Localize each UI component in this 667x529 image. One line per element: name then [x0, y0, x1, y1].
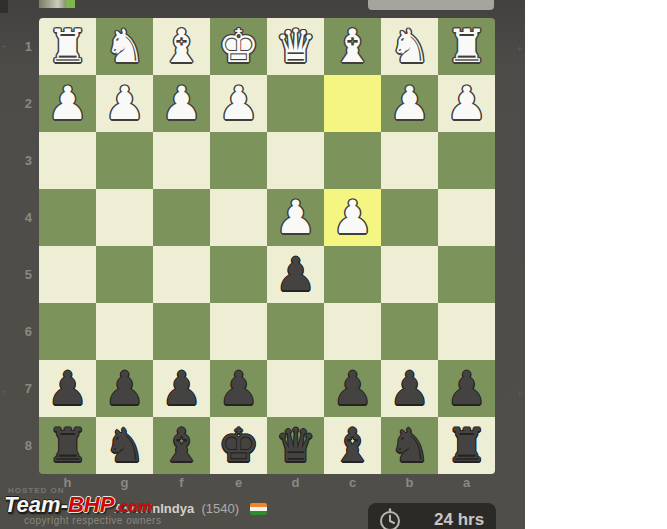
square-g2[interactable]: ♟: [96, 75, 153, 132]
logo-team: Team-: [4, 492, 68, 517]
rank-label-8: 8: [0, 417, 32, 474]
square-e2[interactable]: ♟: [210, 75, 267, 132]
file-label-e: e: [210, 474, 267, 492]
piece-white-queen-d1[interactable]: ♛: [275, 18, 316, 75]
square-e5[interactable]: [210, 246, 267, 303]
square-b2[interactable]: ♟: [381, 75, 438, 132]
square-b4[interactable]: [381, 189, 438, 246]
square-h7[interactable]: ♟: [39, 360, 96, 417]
square-d4[interactable]: ♟: [267, 189, 324, 246]
file-labels: hgfedcba: [39, 474, 495, 492]
file-label-b: b: [381, 474, 438, 492]
app-background-panel: 12345678 ♜♞♝♚♛♝♞♜♟♟♟♟♟♟♟♟♟♟♟♟♟♟♟♟♜♞♝♚♛♝♞…: [0, 0, 525, 529]
square-g1[interactable]: ♞: [96, 18, 153, 75]
square-g6[interactable]: [96, 303, 153, 360]
square-h1[interactable]: ♜: [39, 18, 96, 75]
square-h6[interactable]: [39, 303, 96, 360]
rank-label-2: 2: [0, 75, 32, 132]
piece-black-rook-h8[interactable]: ♜: [47, 417, 88, 474]
piece-black-pawn-a7[interactable]: ♟: [446, 360, 487, 417]
square-f5[interactable]: [153, 246, 210, 303]
square-b3[interactable]: [381, 132, 438, 189]
square-a6[interactable]: [438, 303, 495, 360]
square-g8[interactable]: ♞: [96, 417, 153, 474]
square-d7[interactable]: [267, 360, 324, 417]
crop-mark: +: [1, 42, 6, 52]
square-h2[interactable]: ♟: [39, 75, 96, 132]
piece-white-knight-b1[interactable]: ♞: [389, 18, 430, 75]
piece-white-pawn-d4[interactable]: ♟: [275, 189, 316, 246]
piece-white-rook-h1[interactable]: ♜: [47, 18, 88, 75]
square-d1[interactable]: ♛: [267, 18, 324, 75]
square-h4[interactable]: [39, 189, 96, 246]
piece-black-pawn-b7[interactable]: ♟: [389, 360, 430, 417]
rank-labels: 12345678: [0, 18, 32, 474]
square-h8[interactable]: ♜: [39, 417, 96, 474]
square-e1[interactable]: ♚: [210, 18, 267, 75]
square-b7[interactable]: ♟: [381, 360, 438, 417]
square-h5[interactable]: [39, 246, 96, 303]
piece-black-queen-d8[interactable]: ♛: [275, 417, 316, 474]
rank-label-3: 3: [0, 132, 32, 189]
piece-black-pawn-d5[interactable]: ♟: [275, 246, 316, 303]
player-rating: (1540): [198, 501, 239, 516]
square-c6[interactable]: [324, 303, 381, 360]
india-flag-icon: [250, 503, 267, 515]
square-g3[interactable]: [96, 132, 153, 189]
rank-label-5: 5: [0, 246, 32, 303]
piece-white-pawn-a2[interactable]: ♟: [446, 75, 487, 132]
corner-patch: [0, 0, 8, 13]
crop-mark: +: [517, 389, 522, 399]
piece-white-pawn-b2[interactable]: ♟: [389, 75, 430, 132]
piece-white-pawn-f2[interactable]: ♟: [161, 75, 202, 132]
square-b8[interactable]: ♞: [381, 417, 438, 474]
square-a4[interactable]: [438, 189, 495, 246]
square-a7[interactable]: ♟: [438, 360, 495, 417]
square-f4[interactable]: [153, 189, 210, 246]
crop-mark: +: [1, 387, 6, 397]
square-c7[interactable]: ♟: [324, 360, 381, 417]
rank-label-6: 6: [0, 303, 32, 360]
square-c4[interactable]: ♟: [324, 189, 381, 246]
piece-black-pawn-f7[interactable]: ♟: [161, 360, 202, 417]
square-a1[interactable]: ♜: [438, 18, 495, 75]
piece-white-pawn-g2[interactable]: ♟: [104, 75, 145, 132]
square-d5[interactable]: ♟: [267, 246, 324, 303]
crop-mark: +: [517, 44, 522, 54]
file-label-g: g: [96, 474, 153, 492]
square-a2[interactable]: ♟: [438, 75, 495, 132]
clock-icon: [378, 508, 402, 529]
piece-white-knight-g1[interactable]: ♞: [104, 18, 145, 75]
square-e8[interactable]: ♚: [210, 417, 267, 474]
square-a5[interactable]: [438, 246, 495, 303]
square-c8[interactable]: ♝: [324, 417, 381, 474]
opponent-flag-chip: [66, 0, 75, 8]
piece-white-pawn-h2[interactable]: ♟: [47, 75, 88, 132]
piece-black-knight-g8[interactable]: ♞: [104, 417, 145, 474]
piece-white-bishop-c1[interactable]: ♝: [332, 18, 373, 75]
square-e6[interactable]: [210, 303, 267, 360]
square-f8[interactable]: ♝: [153, 417, 210, 474]
piece-black-bishop-c8[interactable]: ♝: [332, 417, 373, 474]
square-f3[interactable]: [153, 132, 210, 189]
time-control-label: 24 hrs: [434, 510, 484, 529]
logo-bhp: BHP: [68, 492, 114, 517]
opponent-avatar[interactable]: [39, 0, 66, 8]
square-b5[interactable]: [381, 246, 438, 303]
piece-black-pawn-g7[interactable]: ♟: [104, 360, 145, 417]
file-label-f: f: [153, 474, 210, 492]
square-f6[interactable]: [153, 303, 210, 360]
square-g4[interactable]: [96, 189, 153, 246]
square-f1[interactable]: ♝: [153, 18, 210, 75]
square-d8[interactable]: ♛: [267, 417, 324, 474]
square-d6[interactable]: [267, 303, 324, 360]
logo-com: .com: [114, 498, 151, 515]
piece-black-bishop-f8[interactable]: ♝: [161, 417, 202, 474]
square-g5[interactable]: [96, 246, 153, 303]
piece-white-pawn-e2[interactable]: ♟: [218, 75, 259, 132]
chess-board[interactable]: ♜♞♝♚♛♝♞♜♟♟♟♟♟♟♟♟♟♟♟♟♟♟♟♟♜♞♝♚♛♝♞♜: [39, 18, 495, 474]
piece-black-rook-a8[interactable]: ♜: [446, 417, 487, 474]
square-e7[interactable]: ♟: [210, 360, 267, 417]
piece-black-king-e8[interactable]: ♚: [218, 417, 259, 474]
piece-white-rook-a1[interactable]: ♜: [446, 18, 487, 75]
piece-black-pawn-e7[interactable]: ♟: [218, 360, 259, 417]
square-a8[interactable]: ♜: [438, 417, 495, 474]
square-f7[interactable]: ♟: [153, 360, 210, 417]
square-c2[interactable]: [324, 75, 381, 132]
square-c3[interactable]: [324, 132, 381, 189]
rank-label-4: 4: [0, 189, 32, 246]
square-b1[interactable]: ♞: [381, 18, 438, 75]
piece-white-king-e1[interactable]: ♚: [218, 18, 259, 75]
square-g7[interactable]: ♟: [96, 360, 153, 417]
file-label-a: a: [438, 474, 495, 492]
square-b6[interactable]: [381, 303, 438, 360]
piece-black-knight-b8[interactable]: ♞: [389, 417, 430, 474]
piece-black-pawn-c7[interactable]: ♟: [332, 360, 373, 417]
square-e4[interactable]: [210, 189, 267, 246]
square-d2[interactable]: [267, 75, 324, 132]
file-label-c: c: [324, 474, 381, 492]
piece-white-pawn-c4[interactable]: ♟: [332, 189, 373, 246]
square-e3[interactable]: [210, 132, 267, 189]
top-timer-bar[interactable]: [368, 0, 494, 10]
time-control-button[interactable]: 24 hrs: [368, 503, 496, 529]
screenshot-stage: 12345678 ♜♞♝♚♛♝♞♜♟♟♟♟♟♟♟♟♟♟♟♟♟♟♟♟♜♞♝♚♛♝♞…: [0, 0, 667, 529]
file-label-d: d: [267, 474, 324, 492]
piece-black-pawn-h7[interactable]: ♟: [47, 360, 88, 417]
square-c5[interactable]: [324, 246, 381, 303]
copyright-label: copyright respective owners: [24, 515, 161, 526]
square-d3[interactable]: [267, 132, 324, 189]
square-c1[interactable]: ♝: [324, 18, 381, 75]
square-f2[interactable]: ♟: [153, 75, 210, 132]
square-h3[interactable]: [39, 132, 96, 189]
piece-white-bishop-f1[interactable]: ♝: [161, 18, 202, 75]
square-a3[interactable]: [438, 132, 495, 189]
